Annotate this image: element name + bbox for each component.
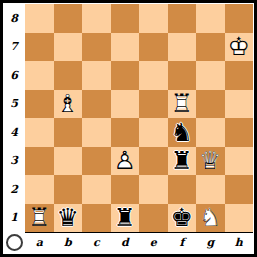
square-f3[interactable]: ♜ [168,147,197,176]
square-b7[interactable] [54,33,83,62]
white-rook-icon: ♖ [168,90,197,119]
chess-board: ♚♔♝♗♜♖♞♟♙♜♛♕♜♖♛♜♚♞♘ [25,4,253,233]
file-labels: abcdefgh [25,232,253,252]
white-queen-fill-icon: ♛ [196,147,225,176]
square-f6[interactable] [168,61,197,90]
white-rook-icon: ♖ [25,204,54,233]
square-c7[interactable] [82,33,111,62]
square-d6[interactable] [111,61,140,90]
white-king-fill-icon: ♚ [225,33,254,62]
square-g3[interactable]: ♛♕ [196,147,225,176]
turn-indicator-white-to-move-icon [6,234,23,251]
rank-label-1: 1 [3,204,25,233]
rank-label-5: 5 [3,90,25,119]
rank-label-4: 4 [3,118,25,147]
square-b1[interactable]: ♛ [54,204,83,233]
rank-label-3: 3 [3,147,25,176]
square-d5[interactable] [111,90,140,119]
square-g4[interactable] [196,118,225,147]
square-c5[interactable] [82,90,111,119]
file-label-g: g [196,232,225,252]
rank-labels: 87654321 [3,4,25,232]
white-rook-fill-icon: ♜ [25,204,54,233]
square-b6[interactable] [54,61,83,90]
square-g7[interactable] [196,33,225,62]
black-king-icon: ♚ [168,204,197,233]
square-e3[interactable] [139,147,168,176]
square-e4[interactable] [139,118,168,147]
square-a5[interactable] [25,90,54,119]
square-f5[interactable]: ♜♖ [168,90,197,119]
white-king-icon: ♔ [225,33,254,62]
square-b2[interactable] [54,175,83,204]
square-a1[interactable]: ♜♖ [25,204,54,233]
square-e6[interactable] [139,61,168,90]
square-d1[interactable]: ♜ [111,204,140,233]
square-a4[interactable] [25,118,54,147]
square-a2[interactable] [25,175,54,204]
white-queen-icon: ♕ [196,147,225,176]
black-rook-icon: ♜ [111,204,140,233]
file-label-b: b [54,232,83,252]
square-d7[interactable] [111,33,140,62]
square-d3[interactable]: ♟♙ [111,147,140,176]
square-c3[interactable] [82,147,111,176]
square-e8[interactable] [139,4,168,33]
square-g1[interactable]: ♞♘ [196,204,225,233]
square-a3[interactable] [25,147,54,176]
square-g5[interactable] [196,90,225,119]
square-c6[interactable] [82,61,111,90]
square-d2[interactable] [111,175,140,204]
square-h6[interactable] [225,61,254,90]
white-knight-fill-icon: ♞ [196,204,225,233]
file-label-f: f [168,232,197,252]
square-h7[interactable]: ♚♔ [225,33,254,62]
square-h5[interactable] [225,90,254,119]
rank-label-2: 2 [3,175,25,204]
chess-diagram: 87654321 ♚♔♝♗♜♖♞♟♙♜♛♕♜♖♛♜♚♞♘ abcdefgh [0,0,257,257]
square-e2[interactable] [139,175,168,204]
file-label-e: e [139,232,168,252]
square-f8[interactable] [168,4,197,33]
file-label-c: c [82,232,111,252]
square-d8[interactable] [111,4,140,33]
square-f1[interactable]: ♚ [168,204,197,233]
rank-label-7: 7 [3,33,25,62]
square-e5[interactable] [139,90,168,119]
square-h8[interactable] [225,4,254,33]
square-b4[interactable] [54,118,83,147]
square-d4[interactable] [111,118,140,147]
square-h3[interactable] [225,147,254,176]
square-b5[interactable]: ♝♗ [54,90,83,119]
square-c8[interactable] [82,4,111,33]
square-f4[interactable]: ♞ [168,118,197,147]
black-queen-icon: ♛ [54,204,83,233]
file-label-h: h [225,232,254,252]
square-e7[interactable] [139,33,168,62]
white-pawn-fill-icon: ♟ [111,147,140,176]
white-pawn-icon: ♙ [111,147,140,176]
square-c2[interactable] [82,175,111,204]
square-a7[interactable] [25,33,54,62]
square-a6[interactable] [25,61,54,90]
black-knight-icon: ♞ [168,118,197,147]
black-rook-icon: ♜ [168,147,197,176]
white-bishop-icon: ♗ [54,90,83,119]
square-b8[interactable] [54,4,83,33]
file-label-a: a [25,232,54,252]
square-g6[interactable] [196,61,225,90]
rank-label-6: 6 [3,61,25,90]
square-h2[interactable] [225,175,254,204]
white-knight-icon: ♘ [196,204,225,233]
square-g8[interactable] [196,4,225,33]
square-c1[interactable] [82,204,111,233]
file-label-d: d [111,232,140,252]
square-b3[interactable] [54,147,83,176]
square-f2[interactable] [168,175,197,204]
square-f7[interactable] [168,33,197,62]
square-a8[interactable] [25,4,54,33]
square-e1[interactable] [139,204,168,233]
square-c4[interactable] [82,118,111,147]
square-h4[interactable] [225,118,254,147]
rank-label-8: 8 [3,4,25,33]
white-bishop-fill-icon: ♝ [54,90,83,119]
square-g2[interactable] [196,175,225,204]
square-h1[interactable] [225,204,254,233]
white-rook-fill-icon: ♜ [168,90,197,119]
